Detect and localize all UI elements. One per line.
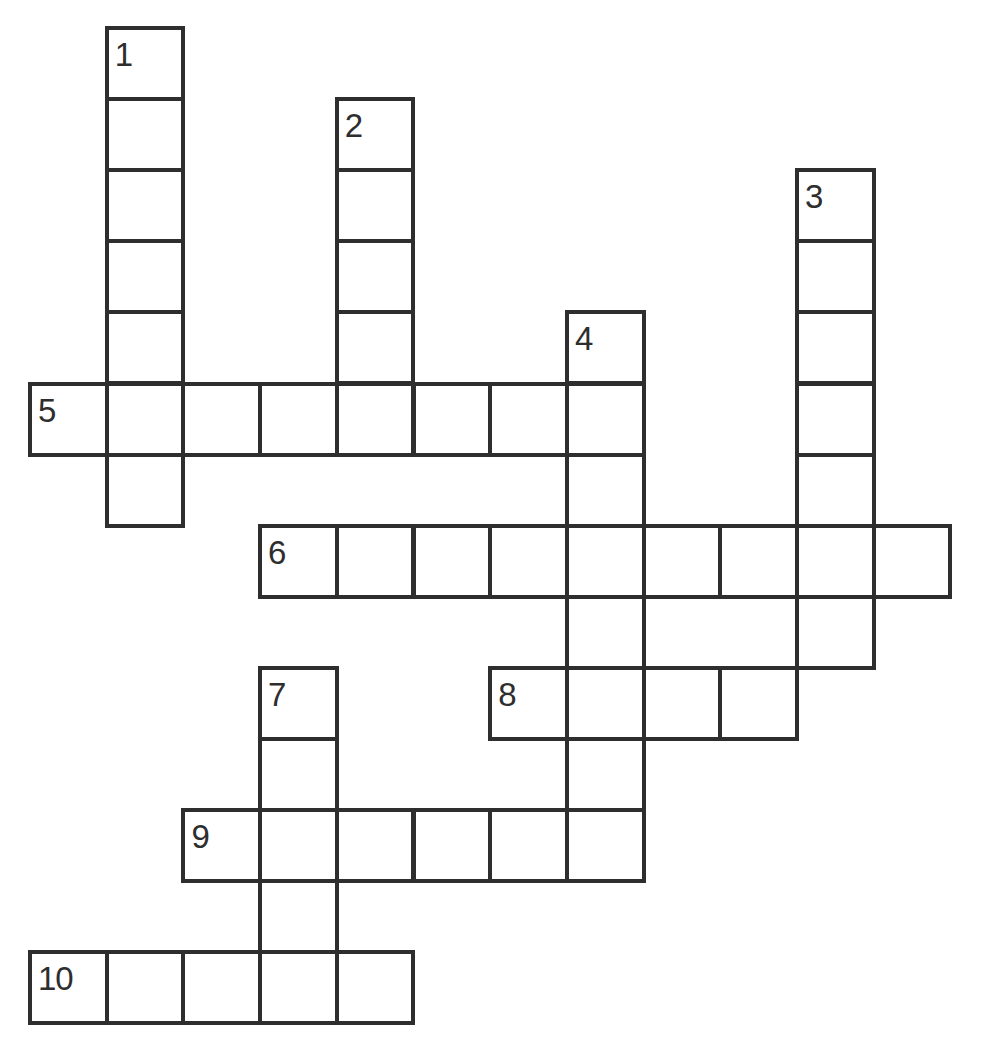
cell-r8c10[interactable] <box>795 595 876 670</box>
cell-r7c5[interactable] <box>412 524 493 599</box>
clue-number-3: 3 <box>805 180 822 213</box>
cell-r13c2[interactable] <box>181 950 262 1025</box>
cell-r9c3[interactable]: 7 <box>258 666 339 741</box>
clue-number-5: 5 <box>38 394 55 427</box>
cell-r11c7[interactable] <box>565 808 646 883</box>
cell-r7c6[interactable] <box>488 524 569 599</box>
clue-number-8: 8 <box>498 678 515 711</box>
cell-r6c1[interactable] <box>105 453 186 528</box>
cell-r5c6[interactable] <box>488 382 569 457</box>
cell-r7c4[interactable] <box>335 524 416 599</box>
cell-r6c10[interactable] <box>795 453 876 528</box>
cell-r11c6[interactable] <box>488 808 569 883</box>
cell-r7c3[interactable]: 6 <box>258 524 339 599</box>
clue-number-4: 4 <box>575 322 592 355</box>
cell-r11c5[interactable] <box>412 808 493 883</box>
cell-r4c10[interactable] <box>795 310 876 385</box>
cell-r4c4[interactable] <box>335 310 416 385</box>
clue-number-10: 10 <box>38 962 73 995</box>
cell-r13c0[interactable]: 10 <box>28 950 109 1025</box>
cell-r1c4[interactable]: 2 <box>335 97 416 172</box>
cell-r5c7[interactable] <box>565 382 646 457</box>
cell-r11c2[interactable]: 9 <box>181 808 262 883</box>
cell-r5c5[interactable] <box>412 382 493 457</box>
cell-r1c1[interactable] <box>105 97 186 172</box>
cell-r2c10[interactable]: 3 <box>795 168 876 243</box>
crossword-page: 12345678910 <box>0 0 994 1054</box>
cell-r5c4[interactable] <box>335 382 416 457</box>
cell-r9c8[interactable] <box>642 666 723 741</box>
cell-r10c7[interactable] <box>565 737 646 812</box>
clue-number-6: 6 <box>268 536 285 569</box>
cell-r8c7[interactable] <box>565 595 646 670</box>
cell-r0c1[interactable]: 1 <box>105 26 186 101</box>
cell-r2c1[interactable] <box>105 168 186 243</box>
cell-r13c3[interactable] <box>258 950 339 1025</box>
cell-r11c3[interactable] <box>258 808 339 883</box>
cell-r9c9[interactable] <box>718 666 799 741</box>
cell-r5c2[interactable] <box>181 382 262 457</box>
cell-r5c0[interactable]: 5 <box>28 382 109 457</box>
cell-r3c10[interactable] <box>795 239 876 314</box>
cell-r6c7[interactable] <box>565 453 646 528</box>
cell-r7c8[interactable] <box>642 524 723 599</box>
cell-r2c4[interactable] <box>335 168 416 243</box>
crossword-board: 12345678910 <box>0 0 994 1054</box>
clue-number-2: 2 <box>345 109 362 142</box>
cell-r7c10[interactable] <box>795 524 876 599</box>
cell-r7c11[interactable] <box>872 524 953 599</box>
cell-r10c3[interactable] <box>258 737 339 812</box>
cell-r5c10[interactable] <box>795 382 876 457</box>
clue-number-9: 9 <box>191 820 208 853</box>
cell-r5c3[interactable] <box>258 382 339 457</box>
cell-r7c7[interactable] <box>565 524 646 599</box>
cell-r5c1[interactable] <box>105 382 186 457</box>
cell-r3c4[interactable] <box>335 239 416 314</box>
cell-r3c1[interactable] <box>105 239 186 314</box>
cell-r9c6[interactable]: 8 <box>488 666 569 741</box>
cell-r13c4[interactable] <box>335 950 416 1025</box>
clue-number-7: 7 <box>268 678 285 711</box>
cell-r13c1[interactable] <box>105 950 186 1025</box>
cell-r12c3[interactable] <box>258 879 339 954</box>
clue-number-1: 1 <box>115 38 132 71</box>
cell-r4c7[interactable]: 4 <box>565 310 646 385</box>
cell-r7c9[interactable] <box>718 524 799 599</box>
cell-r9c7[interactable] <box>565 666 646 741</box>
cell-r11c4[interactable] <box>335 808 416 883</box>
cell-r4c1[interactable] <box>105 310 186 385</box>
